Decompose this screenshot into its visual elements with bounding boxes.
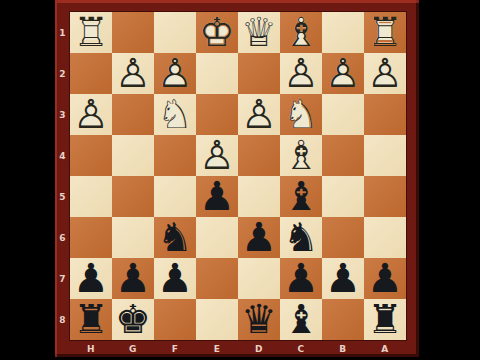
white-piece-outline: ♙ [70,94,112,135]
square-b8 [322,299,364,340]
square-f8 [154,299,196,340]
file-label-f: F [154,340,196,357]
white-rook-piece: ♜♖ [364,12,406,53]
square-d7 [238,258,280,299]
square-f1 [154,12,196,53]
white-bishop-piece: ♝♗ [280,12,322,53]
square-e2 [196,53,238,94]
square-g8: ♚ [112,299,154,340]
black-piece-glyph: ♛ [238,299,280,340]
white-pawn-piece: ♟♙ [238,94,280,135]
video-frame: { "game": "chess", "view": "flipped (ran… [0,0,480,360]
square-g7: ♟ [112,258,154,299]
white-king-piece: ♚♔ [196,12,238,53]
black-knight-piece: ♞ [154,217,196,258]
white-piece-outline: ♙ [196,135,238,176]
white-piece-outline: ♘ [154,94,196,135]
square-c4: ♝♗ [280,135,322,176]
square-e7 [196,258,238,299]
square-g3 [112,94,154,135]
square-e8 [196,299,238,340]
black-piece-glyph: ♚ [112,299,154,340]
rank-label-2: 2 [55,53,70,94]
square-b7: ♟ [322,258,364,299]
square-d2 [238,53,280,94]
square-e6 [196,217,238,258]
white-pawn-piece: ♟♙ [70,94,112,135]
square-a8: ♜ [364,299,406,340]
white-piece-outline: ♙ [154,53,196,94]
black-bishop-piece: ♝ [280,176,322,217]
black-rook-piece: ♜ [70,299,112,340]
black-piece-glyph: ♟ [196,176,238,217]
black-king-piece: ♚ [112,299,154,340]
black-pawn-piece: ♟ [238,217,280,258]
white-pawn-piece: ♟♙ [280,53,322,94]
white-piece-outline: ♖ [70,12,112,53]
white-piece-outline: ♙ [322,53,364,94]
file-label-b: B [322,340,364,357]
square-b3 [322,94,364,135]
square-c6: ♞ [280,217,322,258]
rank-label-1: 1 [55,12,70,53]
square-e5: ♟ [196,176,238,217]
black-piece-glyph: ♜ [364,299,406,340]
square-a3 [364,94,406,135]
white-piece-outline: ♗ [280,135,322,176]
black-rook-piece: ♜ [364,299,406,340]
white-piece-outline: ♙ [364,53,406,94]
square-g5 [112,176,154,217]
black-piece-glyph: ♟ [322,258,364,299]
white-knight-piece: ♞♘ [280,94,322,135]
black-piece-glyph: ♟ [112,258,154,299]
white-rook-piece: ♜♖ [70,12,112,53]
square-g4 [112,135,154,176]
white-pawn-piece: ♟♙ [154,53,196,94]
square-a6 [364,217,406,258]
black-pawn-piece: ♟ [322,258,364,299]
square-h3: ♟♙ [70,94,112,135]
square-d5 [238,176,280,217]
square-h7: ♟ [70,258,112,299]
square-h5 [70,176,112,217]
square-f7: ♟ [154,258,196,299]
white-pawn-piece: ♟♙ [196,135,238,176]
file-label-c: C [280,340,322,357]
square-h4 [70,135,112,176]
square-d4 [238,135,280,176]
file-label-a: A [364,340,406,357]
black-pawn-piece: ♟ [280,258,322,299]
square-h2 [70,53,112,94]
square-a1: ♜♖ [364,12,406,53]
square-b4 [322,135,364,176]
black-piece-glyph: ♟ [154,258,196,299]
square-h8: ♜ [70,299,112,340]
black-piece-glyph: ♟ [238,217,280,258]
chess-board-frame: ♜♖♚♔♛♕♝♗♜♖♟♙♟♙♟♙♟♙♟♙♟♙♞♘♟♙♞♘♟♙♝♗♟♝♞♟♞♟♟♟… [55,0,419,357]
black-piece-glyph: ♟ [280,258,322,299]
square-d3: ♟♙ [238,94,280,135]
white-pawn-piece: ♟♙ [112,53,154,94]
white-piece-outline: ♘ [280,94,322,135]
square-b2: ♟♙ [322,53,364,94]
white-pawn-piece: ♟♙ [364,53,406,94]
chess-board: ♜♖♚♔♛♕♝♗♜♖♟♙♟♙♟♙♟♙♟♙♟♙♞♘♟♙♞♘♟♙♝♗♟♝♞♟♞♟♟♟… [70,12,406,340]
square-f6: ♞ [154,217,196,258]
file-label-d: D [238,340,280,357]
white-piece-outline: ♙ [238,94,280,135]
square-c8: ♝ [280,299,322,340]
black-pawn-piece: ♟ [364,258,406,299]
rank-label-6: 6 [55,217,70,258]
square-c7: ♟ [280,258,322,299]
square-g1 [112,12,154,53]
white-piece-outline: ♗ [280,12,322,53]
square-d1: ♛♕ [238,12,280,53]
square-f5 [154,176,196,217]
black-piece-glyph: ♟ [70,258,112,299]
square-a2: ♟♙ [364,53,406,94]
file-label-h: H [70,340,112,357]
square-e1: ♚♔ [196,12,238,53]
square-g6 [112,217,154,258]
black-piece-glyph: ♝ [280,176,322,217]
white-piece-outline: ♕ [238,12,280,53]
black-knight-piece: ♞ [280,217,322,258]
rank-label-4: 4 [55,135,70,176]
square-e4: ♟♙ [196,135,238,176]
square-b1 [322,12,364,53]
square-d6: ♟ [238,217,280,258]
square-a5 [364,176,406,217]
white-bishop-piece: ♝♗ [280,135,322,176]
white-piece-outline: ♙ [280,53,322,94]
file-label-g: G [112,340,154,357]
black-pawn-piece: ♟ [112,258,154,299]
white-pawn-piece: ♟♙ [322,53,364,94]
rank-label-8: 8 [55,299,70,340]
square-f2: ♟♙ [154,53,196,94]
square-b6 [322,217,364,258]
black-piece-glyph: ♞ [280,217,322,258]
black-piece-glyph: ♞ [154,217,196,258]
square-h1: ♜♖ [70,12,112,53]
square-c2: ♟♙ [280,53,322,94]
white-piece-outline: ♖ [364,12,406,53]
black-bishop-piece: ♝ [280,299,322,340]
square-d8: ♛ [238,299,280,340]
square-b5 [322,176,364,217]
black-piece-glyph: ♟ [364,258,406,299]
square-h6 [70,217,112,258]
white-piece-outline: ♙ [112,53,154,94]
black-piece-glyph: ♝ [280,299,322,340]
square-c3: ♞♘ [280,94,322,135]
square-f3: ♞♘ [154,94,196,135]
rank-label-5: 5 [55,176,70,217]
black-pawn-piece: ♟ [70,258,112,299]
white-queen-piece: ♛♕ [238,12,280,53]
square-a7: ♟ [364,258,406,299]
square-a4 [364,135,406,176]
rank-label-7: 7 [55,258,70,299]
black-pawn-piece: ♟ [196,176,238,217]
square-c5: ♝ [280,176,322,217]
square-f4 [154,135,196,176]
rank-label-3: 3 [55,94,70,135]
white-knight-piece: ♞♘ [154,94,196,135]
square-g2: ♟♙ [112,53,154,94]
white-piece-outline: ♔ [196,12,238,53]
file-label-e: E [196,340,238,357]
square-c1: ♝♗ [280,12,322,53]
black-pawn-piece: ♟ [154,258,196,299]
black-queen-piece: ♛ [238,299,280,340]
square-e3 [196,94,238,135]
black-piece-glyph: ♜ [70,299,112,340]
